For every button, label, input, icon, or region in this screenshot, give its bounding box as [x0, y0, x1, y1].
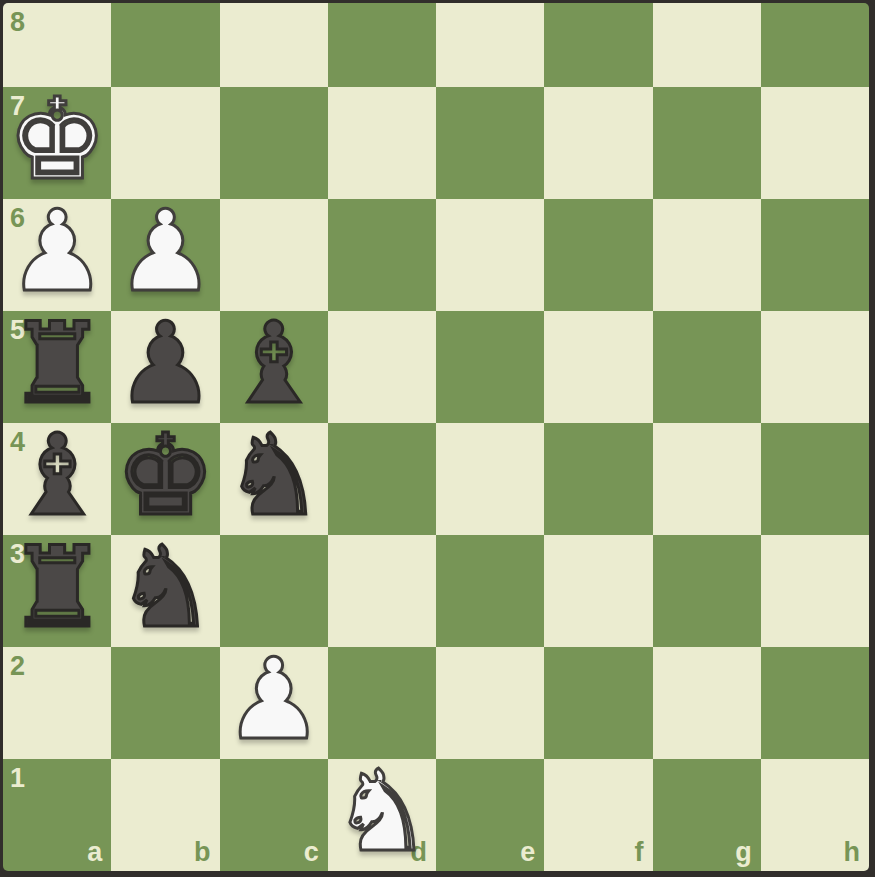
square-b6[interactable]: ♟ [111, 199, 219, 311]
square-c6[interactable] [220, 199, 328, 311]
piece-white-pawn-b6[interactable]: ♟ [115, 195, 215, 307]
square-a3[interactable]: 3♜ [3, 535, 111, 647]
square-g6[interactable] [653, 199, 761, 311]
square-f5[interactable] [544, 311, 652, 423]
square-h5[interactable] [761, 311, 869, 423]
square-e8[interactable] [436, 3, 544, 87]
square-g5[interactable] [653, 311, 761, 423]
file-label-c: c [304, 839, 319, 866]
square-d5[interactable] [328, 311, 436, 423]
rank-label-2: 2 [10, 653, 25, 680]
piece-black-knight-c4[interactable]: ♞ [223, 419, 323, 531]
square-g7[interactable] [653, 87, 761, 199]
square-f8[interactable] [544, 3, 652, 87]
square-g8[interactable] [653, 3, 761, 87]
rank-label-1: 1 [10, 765, 25, 792]
chess-board-frame: 87♚6♟♟5♜♟♝4♝♚♞3♜♞2♟1abcd♞efgh [0, 0, 875, 877]
square-e2[interactable] [436, 647, 544, 759]
piece-black-bishop-a4[interactable]: ♝ [7, 419, 107, 531]
chess-board: 87♚6♟♟5♜♟♝4♝♚♞3♜♞2♟1abcd♞efgh [3, 3, 869, 871]
square-d1[interactable]: d♞ [328, 759, 436, 871]
piece-black-bishop-c5[interactable]: ♝ [223, 307, 323, 419]
square-b4[interactable]: ♚ [111, 423, 219, 535]
piece-black-pawn-b5[interactable]: ♟ [115, 307, 215, 419]
square-e7[interactable] [436, 87, 544, 199]
square-e3[interactable] [436, 535, 544, 647]
square-b5[interactable]: ♟ [111, 311, 219, 423]
square-d7[interactable] [328, 87, 436, 199]
square-c7[interactable] [220, 87, 328, 199]
square-h1[interactable]: h [761, 759, 869, 871]
square-g3[interactable] [653, 535, 761, 647]
piece-black-knight-b3[interactable]: ♞ [115, 531, 215, 643]
square-f1[interactable]: f [544, 759, 652, 871]
square-g1[interactable]: g [653, 759, 761, 871]
square-b7[interactable] [111, 87, 219, 199]
file-label-b: b [194, 839, 211, 866]
square-e1[interactable]: e [436, 759, 544, 871]
square-f3[interactable] [544, 535, 652, 647]
piece-white-pawn-a6[interactable]: ♟ [7, 195, 107, 307]
square-c2[interactable]: ♟ [220, 647, 328, 759]
square-e5[interactable] [436, 311, 544, 423]
piece-white-knight-d1[interactable]: ♞ [332, 755, 432, 867]
square-f2[interactable] [544, 647, 652, 759]
square-h6[interactable] [761, 199, 869, 311]
square-d3[interactable] [328, 535, 436, 647]
piece-black-rook-a5[interactable]: ♜ [7, 307, 107, 419]
square-e4[interactable] [436, 423, 544, 535]
file-label-f: f [635, 839, 644, 866]
file-label-h: h [844, 839, 861, 866]
square-f4[interactable] [544, 423, 652, 535]
square-h7[interactable] [761, 87, 869, 199]
square-d6[interactable] [328, 199, 436, 311]
square-a6[interactable]: 6♟ [3, 199, 111, 311]
piece-black-king-b4[interactable]: ♚ [115, 419, 215, 531]
piece-black-rook-a3[interactable]: ♜ [7, 531, 107, 643]
square-f6[interactable] [544, 199, 652, 311]
square-a7[interactable]: 7♚ [3, 87, 111, 199]
square-b8[interactable] [111, 3, 219, 87]
square-b3[interactable]: ♞ [111, 535, 219, 647]
square-c1[interactable]: c [220, 759, 328, 871]
square-a4[interactable]: 4♝ [3, 423, 111, 535]
rank-label-8: 8 [10, 9, 25, 36]
square-g2[interactable] [653, 647, 761, 759]
square-h8[interactable] [761, 3, 869, 87]
square-c5[interactable]: ♝ [220, 311, 328, 423]
square-g4[interactable] [653, 423, 761, 535]
square-a2[interactable]: 2 [3, 647, 111, 759]
file-label-e: e [520, 839, 535, 866]
piece-white-king-a7[interactable]: ♚ [7, 83, 107, 195]
square-c4[interactable]: ♞ [220, 423, 328, 535]
square-h2[interactable] [761, 647, 869, 759]
square-d8[interactable] [328, 3, 436, 87]
square-d2[interactable] [328, 647, 436, 759]
square-h4[interactable] [761, 423, 869, 535]
square-a1[interactable]: 1a [3, 759, 111, 871]
square-a5[interactable]: 5♜ [3, 311, 111, 423]
square-b2[interactable] [111, 647, 219, 759]
square-e6[interactable] [436, 199, 544, 311]
square-b1[interactable]: b [111, 759, 219, 871]
square-c8[interactable] [220, 3, 328, 87]
square-d4[interactable] [328, 423, 436, 535]
square-c3[interactable] [220, 535, 328, 647]
square-f7[interactable] [544, 87, 652, 199]
file-label-a: a [87, 839, 102, 866]
file-label-g: g [735, 839, 752, 866]
piece-white-pawn-c2[interactable]: ♟ [223, 643, 323, 755]
square-h3[interactable] [761, 535, 869, 647]
